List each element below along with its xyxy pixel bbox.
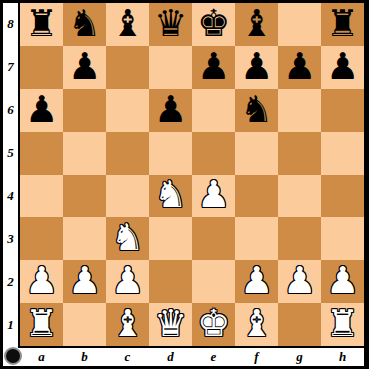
square-b4[interactable] <box>63 175 106 218</box>
square-a4[interactable] <box>20 175 63 218</box>
square-d3[interactable] <box>149 217 192 260</box>
square-c2[interactable]: ♟ <box>106 260 149 303</box>
piece-white-king[interactable]: ♚ <box>197 305 230 342</box>
board: ♜♞♝♛♚♝♜♟♟♟♟♟♟♟♞♞♟♞♟♟♟♟♟♟♜♝♛♚♝♜ <box>18 3 364 348</box>
piece-white-pawn[interactable]: ♟ <box>197 176 230 213</box>
square-g2[interactable]: ♟ <box>278 260 321 303</box>
square-b3[interactable] <box>63 217 106 260</box>
file-label-c: c <box>106 348 149 366</box>
square-g7[interactable]: ♟ <box>278 46 321 89</box>
square-c7[interactable] <box>106 46 149 89</box>
rank-label-2: 2 <box>3 260 18 303</box>
piece-black-bishop[interactable]: ♝ <box>240 5 273 42</box>
piece-white-queen[interactable]: ♛ <box>154 305 187 342</box>
square-c6[interactable] <box>106 89 149 132</box>
square-e7[interactable]: ♟ <box>192 46 235 89</box>
square-d6[interactable]: ♟ <box>149 89 192 132</box>
piece-black-knight[interactable]: ♞ <box>240 91 273 128</box>
square-b2[interactable]: ♟ <box>63 260 106 303</box>
square-a2[interactable]: ♟ <box>20 260 63 303</box>
piece-white-rook[interactable]: ♜ <box>25 305 58 342</box>
square-h4[interactable] <box>321 175 364 218</box>
piece-black-pawn[interactable]: ♟ <box>283 48 316 85</box>
square-c5[interactable] <box>106 132 149 175</box>
square-b7[interactable]: ♟ <box>63 46 106 89</box>
square-f3[interactable] <box>235 217 278 260</box>
file-label-d: d <box>149 348 192 366</box>
square-e3[interactable] <box>192 217 235 260</box>
square-e5[interactable] <box>192 132 235 175</box>
square-e2[interactable] <box>192 260 235 303</box>
piece-black-bishop[interactable]: ♝ <box>111 5 144 42</box>
square-h8[interactable]: ♜ <box>321 3 364 46</box>
square-a3[interactable] <box>20 217 63 260</box>
file-label-f: f <box>235 348 278 366</box>
square-d7[interactable] <box>149 46 192 89</box>
square-h1[interactable]: ♜ <box>321 303 364 346</box>
piece-white-pawn[interactable]: ♟ <box>111 262 144 299</box>
square-c3[interactable]: ♞ <box>106 217 149 260</box>
file-label-h: h <box>321 348 364 366</box>
square-b8[interactable]: ♞ <box>63 3 106 46</box>
square-e4[interactable]: ♟ <box>192 175 235 218</box>
square-g1[interactable] <box>278 303 321 346</box>
square-d8[interactable]: ♛ <box>149 3 192 46</box>
rank-label-3: 3 <box>3 217 18 260</box>
square-f7[interactable]: ♟ <box>235 46 278 89</box>
square-d5[interactable] <box>149 132 192 175</box>
square-c4[interactable] <box>106 175 149 218</box>
piece-black-king[interactable]: ♚ <box>197 5 230 42</box>
square-c1[interactable]: ♝ <box>106 303 149 346</box>
square-a1[interactable]: ♜ <box>20 303 63 346</box>
square-e1[interactable]: ♚ <box>192 303 235 346</box>
square-a8[interactable]: ♜ <box>20 3 63 46</box>
piece-black-pawn[interactable]: ♟ <box>68 48 101 85</box>
square-c8[interactable]: ♝ <box>106 3 149 46</box>
square-h2[interactable]: ♟ <box>321 260 364 303</box>
piece-white-bishop[interactable]: ♝ <box>111 305 144 342</box>
piece-white-pawn[interactable]: ♟ <box>283 262 316 299</box>
piece-white-pawn[interactable]: ♟ <box>240 262 273 299</box>
piece-white-bishop[interactable]: ♝ <box>240 305 273 342</box>
piece-black-rook[interactable]: ♜ <box>25 5 58 42</box>
piece-white-pawn[interactable]: ♟ <box>68 262 101 299</box>
square-g5[interactable] <box>278 132 321 175</box>
square-a7[interactable] <box>20 46 63 89</box>
square-h7[interactable]: ♟ <box>321 46 364 89</box>
piece-black-queen[interactable]: ♛ <box>154 5 187 42</box>
piece-black-pawn[interactable]: ♟ <box>240 48 273 85</box>
piece-black-pawn[interactable]: ♟ <box>326 48 359 85</box>
square-e8[interactable]: ♚ <box>192 3 235 46</box>
rank-label-5: 5 <box>3 132 18 175</box>
piece-white-knight[interactable]: ♞ <box>154 176 187 213</box>
turn-indicator-dot <box>4 347 22 365</box>
chess-diagram: 87654321 ♜♞♝♛♚♝♜♟♟♟♟♟♟♟♞♞♟♞♟♟♟♟♟♟♜♝♛♚♝♜ … <box>0 0 369 369</box>
square-b6[interactable] <box>63 89 106 132</box>
square-f8[interactable]: ♝ <box>235 3 278 46</box>
file-label-g: g <box>278 348 321 366</box>
piece-white-knight[interactable]: ♞ <box>111 219 144 256</box>
piece-black-knight[interactable]: ♞ <box>68 5 101 42</box>
square-d4[interactable]: ♞ <box>149 175 192 218</box>
square-d2[interactable] <box>149 260 192 303</box>
square-f5[interactable] <box>235 132 278 175</box>
piece-white-pawn[interactable]: ♟ <box>326 262 359 299</box>
board-area: 87654321 ♜♞♝♛♚♝♜♟♟♟♟♟♟♟♞♞♟♞♟♟♟♟♟♟♜♝♛♚♝♜ … <box>3 3 364 366</box>
square-b1[interactable] <box>63 303 106 346</box>
rank-label-8: 8 <box>3 3 18 46</box>
rank-label-4: 4 <box>3 175 18 218</box>
piece-black-rook[interactable]: ♜ <box>326 5 359 42</box>
square-e6[interactable] <box>192 89 235 132</box>
piece-black-pawn[interactable]: ♟ <box>197 48 230 85</box>
square-h6[interactable] <box>321 89 364 132</box>
square-g4[interactable] <box>278 175 321 218</box>
square-f6[interactable]: ♞ <box>235 89 278 132</box>
square-h5[interactable] <box>321 132 364 175</box>
piece-black-pawn[interactable]: ♟ <box>154 91 187 128</box>
rank-label-1: 1 <box>3 303 18 346</box>
square-h3[interactable] <box>321 217 364 260</box>
piece-white-pawn[interactable]: ♟ <box>25 262 58 299</box>
file-label-e: e <box>192 348 235 366</box>
piece-black-pawn[interactable]: ♟ <box>25 91 58 128</box>
square-d1[interactable]: ♛ <box>149 303 192 346</box>
piece-white-rook[interactable]: ♜ <box>326 305 359 342</box>
square-g3[interactable] <box>278 217 321 260</box>
rank-label-7: 7 <box>3 46 18 89</box>
file-label-a: a <box>20 348 63 366</box>
square-g6[interactable] <box>278 89 321 132</box>
square-g8[interactable] <box>278 3 321 46</box>
square-f1[interactable]: ♝ <box>235 303 278 346</box>
square-f4[interactable] <box>235 175 278 218</box>
square-f2[interactable]: ♟ <box>235 260 278 303</box>
square-b5[interactable] <box>63 132 106 175</box>
rank-labels: 87654321 <box>3 3 18 346</box>
square-a6[interactable]: ♟ <box>20 89 63 132</box>
rank-label-6: 6 <box>3 89 18 132</box>
file-label-b: b <box>63 348 106 366</box>
square-a5[interactable] <box>20 132 63 175</box>
file-labels: abcdefgh <box>20 348 364 366</box>
